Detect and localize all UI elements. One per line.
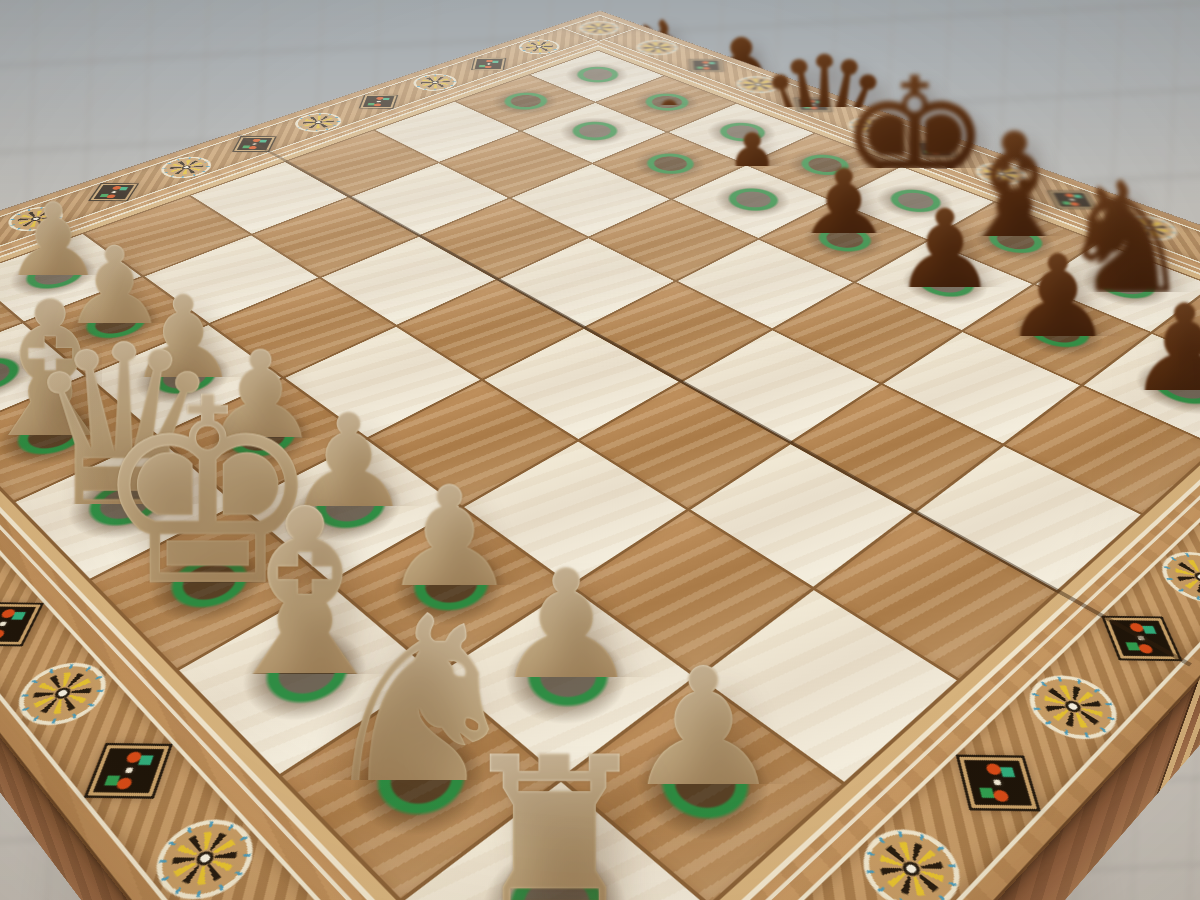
rosette-medallion — [1014, 663, 1133, 753]
rosette-medallion — [139, 804, 271, 900]
rosette-medallion — [4, 650, 121, 738]
diamond-inlay — [360, 95, 396, 108]
diamond-inlay — [959, 757, 1037, 809]
rook-glyph: ♜ — [452, 727, 658, 900]
photo-of-chess-set: ♜♞♝♛♚♝♞♜♟♟♟♟♟♟♟♟♟♟♟♟♟♟♟♟♜♞♝♛♚♝♞♜ — [0, 0, 1200, 900]
diamond-inlay — [88, 745, 170, 796]
rosette-medallion — [1149, 542, 1200, 615]
rosette-medallion — [0, 528, 2, 599]
rosette-medallion — [845, 814, 979, 900]
board-plane: ♜♞♝♛♚♝♞♜♟♟♟♟♟♟♟♟♟♟♟♟♟♟♟♟♜♞♝♛♚♝♞♜ — [0, 11, 1200, 900]
black-pawn-h7[interactable]: ♟ — [1057, 96, 1200, 420]
white-rook-h1[interactable]: ♜ — [358, 458, 751, 900]
diamond-inlay — [0, 604, 41, 645]
scene: ♜♞♝♛♚♝♞♜♟♟♟♟♟♟♟♟♟♟♟♟♟♟♟♟♜♞♝♛♚♝♞♜ — [0, 0, 1200, 900]
